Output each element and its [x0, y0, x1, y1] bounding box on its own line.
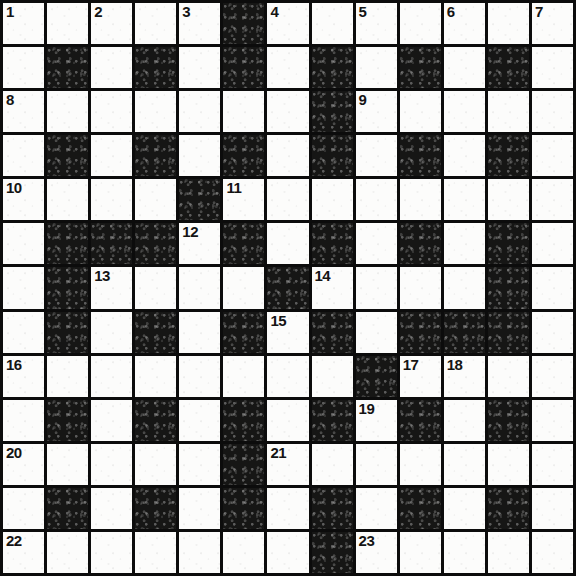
block-cell-r10c5: [223, 444, 264, 485]
clue-number-10: 10: [6, 180, 22, 196]
letter-cell-r4c9[interactable]: [400, 179, 441, 220]
letter-cell-r2c8[interactable]: 9: [356, 91, 397, 132]
letter-cell-r6c7[interactable]: 14: [312, 267, 353, 308]
clue-number-5: 5: [359, 4, 367, 20]
letter-cell-r4c11[interactable]: [488, 179, 529, 220]
block-cell-r11c9: [400, 488, 441, 529]
block-cell-r3c11: [488, 135, 529, 176]
block-cell-r11c3: [135, 488, 176, 529]
letter-cell-r6c12[interactable]: [532, 267, 573, 308]
clue-number-1: 1: [6, 4, 14, 20]
letter-cell-r8c0[interactable]: 16: [3, 356, 44, 397]
block-cell-r1c1: [47, 47, 88, 88]
letter-cell-r10c0[interactable]: 20: [3, 444, 44, 485]
clue-number-20: 20: [6, 445, 22, 461]
letter-cell-r3c12[interactable]: [532, 135, 573, 176]
letter-cell-r2c12[interactable]: [532, 91, 573, 132]
block-cell-r8c8: [356, 356, 397, 397]
letter-cell-r10c4[interactable]: [179, 444, 220, 485]
block-cell-r1c9: [400, 47, 441, 88]
letter-cell-r3c8[interactable]: [356, 135, 397, 176]
letter-cell-r3c6[interactable]: [267, 135, 308, 176]
letter-cell-r8c5[interactable]: [223, 356, 264, 397]
clue-number-19: 19: [359, 401, 375, 417]
letter-cell-r11c4[interactable]: [179, 488, 220, 529]
clue-number-3: 3: [182, 4, 190, 20]
clue-number-13: 13: [94, 268, 110, 284]
letter-cell-r3c2[interactable]: [91, 135, 132, 176]
block-cell-r5c5: [223, 223, 264, 264]
letter-cell-r1c4[interactable]: [179, 47, 220, 88]
letter-cell-r2c2[interactable]: [91, 91, 132, 132]
block-cell-r9c3: [135, 400, 176, 441]
letter-cell-r1c2[interactable]: [91, 47, 132, 88]
letter-cell-r8c9[interactable]: 17: [400, 356, 441, 397]
letter-cell-r2c9[interactable]: [400, 91, 441, 132]
letter-cell-r4c12[interactable]: [532, 179, 573, 220]
block-cell-r11c1: [47, 488, 88, 529]
letter-cell-r0c4[interactable]: 3: [179, 3, 220, 44]
letter-cell-r9c4[interactable]: [179, 400, 220, 441]
letter-cell-r0c1[interactable]: [47, 3, 88, 44]
letter-cell-r10c1[interactable]: [47, 444, 88, 485]
letter-cell-r2c4[interactable]: [179, 91, 220, 132]
letter-cell-r9c10[interactable]: [444, 400, 485, 441]
letter-cell-r5c10[interactable]: [444, 223, 485, 264]
letter-cell-r8c10[interactable]: 18: [444, 356, 485, 397]
clue-number-12: 12: [182, 224, 198, 240]
letter-cell-r9c6[interactable]: [267, 400, 308, 441]
letter-cell-r11c10[interactable]: [444, 488, 485, 529]
letter-cell-r9c12[interactable]: [532, 400, 573, 441]
letter-cell-r6c2[interactable]: 13: [91, 267, 132, 308]
letter-cell-r10c8[interactable]: [356, 444, 397, 485]
letter-cell-r2c1[interactable]: [47, 91, 88, 132]
letter-cell-r11c6[interactable]: [267, 488, 308, 529]
letter-cell-r0c0[interactable]: 1: [3, 3, 44, 44]
letter-cell-r7c12[interactable]: [532, 312, 573, 353]
letter-cell-r2c3[interactable]: [135, 91, 176, 132]
block-cell-r7c1: [47, 312, 88, 353]
letter-cell-r12c11[interactable]: [488, 532, 529, 573]
letter-cell-r10c9[interactable]: [400, 444, 441, 485]
clue-number-8: 8: [6, 92, 14, 108]
clue-number-11: 11: [226, 180, 241, 196]
block-cell-r7c9: [400, 312, 441, 353]
block-cell-r1c5: [223, 47, 264, 88]
letter-cell-r8c2[interactable]: [91, 356, 132, 397]
letter-cell-r1c10[interactable]: [444, 47, 485, 88]
block-cell-r9c9: [400, 400, 441, 441]
clue-number-18: 18: [447, 357, 463, 373]
letter-cell-r7c8[interactable]: [356, 312, 397, 353]
letter-cell-r9c0[interactable]: [3, 400, 44, 441]
letter-cell-r7c0[interactable]: [3, 312, 44, 353]
block-cell-r4c4: [179, 179, 220, 220]
letter-cell-r11c8[interactable]: [356, 488, 397, 529]
block-cell-r7c11: [488, 312, 529, 353]
letter-cell-r3c0[interactable]: [3, 135, 44, 176]
letter-cell-r12c5[interactable]: [223, 532, 264, 573]
block-cell-r9c7: [312, 400, 353, 441]
letter-cell-r5c6[interactable]: [267, 223, 308, 264]
letter-cell-r10c6[interactable]: 21: [267, 444, 308, 485]
block-cell-r7c5: [223, 312, 264, 353]
letter-cell-r12c10[interactable]: [444, 532, 485, 573]
letter-cell-r6c4[interactable]: [179, 267, 220, 308]
letter-cell-r8c7[interactable]: [312, 356, 353, 397]
block-cell-r7c7: [312, 312, 353, 353]
block-cell-r5c7: [312, 223, 353, 264]
block-cell-r5c1: [47, 223, 88, 264]
letter-cell-r0c7[interactable]: [312, 3, 353, 44]
clue-number-4: 4: [270, 4, 278, 20]
crossword-board: 1234567891011121314151617181920212223: [0, 0, 576, 576]
letter-cell-r12c9[interactable]: [400, 532, 441, 573]
block-cell-r1c7: [312, 47, 353, 88]
letter-cell-r4c8[interactable]: [356, 179, 397, 220]
letter-cell-r12c1[interactable]: [47, 532, 88, 573]
letter-cell-r8c6[interactable]: [267, 356, 308, 397]
letter-cell-r1c6[interactable]: [267, 47, 308, 88]
block-cell-r7c10: [444, 312, 485, 353]
letter-cell-r10c12[interactable]: [532, 444, 573, 485]
letter-cell-r12c0[interactable]: 22: [3, 532, 44, 573]
letter-cell-r4c5[interactable]: 11: [223, 179, 264, 220]
letter-cell-r10c7[interactable]: [312, 444, 353, 485]
letter-cell-r11c12[interactable]: [532, 488, 573, 529]
block-cell-r6c1: [47, 267, 88, 308]
block-cell-r11c11: [488, 488, 529, 529]
letter-cell-r3c10[interactable]: [444, 135, 485, 176]
letter-cell-r0c12[interactable]: 7: [532, 3, 573, 44]
letter-cell-r12c6[interactable]: [267, 532, 308, 573]
letter-cell-r8c4[interactable]: [179, 356, 220, 397]
letter-cell-r6c5[interactable]: [223, 267, 264, 308]
letter-cell-r6c3[interactable]: [135, 267, 176, 308]
letter-cell-r0c9[interactable]: [400, 3, 441, 44]
block-cell-r3c3: [135, 135, 176, 176]
letter-cell-r5c8[interactable]: [356, 223, 397, 264]
block-cell-r9c1: [47, 400, 88, 441]
block-cell-r9c5: [223, 400, 264, 441]
clue-number-16: 16: [6, 357, 22, 373]
letter-cell-r4c6[interactable]: [267, 179, 308, 220]
letter-cell-r10c10[interactable]: [444, 444, 485, 485]
clue-number-23: 23: [359, 533, 375, 549]
block-cell-r3c7: [312, 135, 353, 176]
letter-cell-r6c8[interactable]: [356, 267, 397, 308]
letter-cell-r5c0[interactable]: [3, 223, 44, 264]
letter-cell-r4c0[interactable]: 10: [3, 179, 44, 220]
block-cell-r11c7: [312, 488, 353, 529]
letter-cell-r4c1[interactable]: [47, 179, 88, 220]
letter-cell-r12c8[interactable]: 23: [356, 532, 397, 573]
letter-cell-r5c4[interactable]: 12: [179, 223, 220, 264]
letter-cell-r10c3[interactable]: [135, 444, 176, 485]
clue-number-21: 21: [270, 445, 286, 461]
block-cell-r3c5: [223, 135, 264, 176]
letter-cell-r9c8[interactable]: 19: [356, 400, 397, 441]
block-cell-r1c11: [488, 47, 529, 88]
letter-cell-r0c8[interactable]: 5: [356, 3, 397, 44]
letter-cell-r6c0[interactable]: [3, 267, 44, 308]
letter-cell-r12c4[interactable]: [179, 532, 220, 573]
letter-cell-r8c3[interactable]: [135, 356, 176, 397]
block-cell-r2c7: [312, 91, 353, 132]
letter-cell-r4c10[interactable]: [444, 179, 485, 220]
letter-cell-r2c10[interactable]: [444, 91, 485, 132]
letter-cell-r2c5[interactable]: [223, 91, 264, 132]
block-cell-r0c5: [223, 3, 264, 44]
letter-cell-r8c1[interactable]: [47, 356, 88, 397]
block-cell-r9c11: [488, 400, 529, 441]
letter-cell-r0c10[interactable]: 6: [444, 3, 485, 44]
clue-number-15: 15: [270, 313, 286, 329]
letter-cell-r8c12[interactable]: [532, 356, 573, 397]
letter-cell-r4c7[interactable]: [312, 179, 353, 220]
letter-cell-r2c11[interactable]: [488, 91, 529, 132]
clue-number-14: 14: [315, 268, 331, 284]
letter-cell-r10c2[interactable]: [91, 444, 132, 485]
letter-cell-r8c11[interactable]: [488, 356, 529, 397]
letter-cell-r2c6[interactable]: [267, 91, 308, 132]
letter-cell-r6c10[interactable]: [444, 267, 485, 308]
block-cell-r5c3: [135, 223, 176, 264]
letter-cell-r0c11[interactable]: [488, 3, 529, 44]
letter-cell-r7c6[interactable]: 15: [267, 312, 308, 353]
clue-number-6: 6: [447, 4, 455, 20]
clue-number-17: 17: [403, 357, 419, 373]
letter-cell-r12c3[interactable]: [135, 532, 176, 573]
letter-cell-r1c0[interactable]: [3, 47, 44, 88]
letter-cell-r2c0[interactable]: 8: [3, 91, 44, 132]
letter-cell-r4c2[interactable]: [91, 179, 132, 220]
letter-cell-r10c11[interactable]: [488, 444, 529, 485]
letter-cell-r0c3[interactable]: [135, 3, 176, 44]
letter-cell-r12c12[interactable]: [532, 532, 573, 573]
block-cell-r1c3: [135, 47, 176, 88]
letter-cell-r7c4[interactable]: [179, 312, 220, 353]
clue-number-2: 2: [94, 4, 102, 20]
block-cell-r5c9: [400, 223, 441, 264]
block-cell-r5c2: [91, 223, 132, 264]
letter-cell-r0c6[interactable]: 4: [267, 3, 308, 44]
letter-cell-r1c8[interactable]: [356, 47, 397, 88]
letter-cell-r7c2[interactable]: [91, 312, 132, 353]
letter-cell-r1c12[interactable]: [532, 47, 573, 88]
block-cell-r3c1: [47, 135, 88, 176]
letter-cell-r11c0[interactable]: [3, 488, 44, 529]
letter-cell-r9c2[interactable]: [91, 400, 132, 441]
block-cell-r7c3: [135, 312, 176, 353]
letter-cell-r12c2[interactable]: [91, 532, 132, 573]
clue-number-22: 22: [6, 533, 22, 549]
letter-cell-r3c4[interactable]: [179, 135, 220, 176]
block-cell-r6c11: [488, 267, 529, 308]
letter-cell-r4c3[interactable]: [135, 179, 176, 220]
clue-number-7: 7: [535, 4, 543, 20]
clue-number-9: 9: [359, 92, 367, 108]
block-cell-r12c7: [312, 532, 353, 573]
letter-cell-r6c9[interactable]: [400, 267, 441, 308]
block-cell-r11c5: [223, 488, 264, 529]
block-cell-r5c11: [488, 223, 529, 264]
block-cell-r6c6: [267, 267, 308, 308]
letter-cell-r0c2[interactable]: 2: [91, 3, 132, 44]
letter-cell-r5c12[interactable]: [532, 223, 573, 264]
block-cell-r3c9: [400, 135, 441, 176]
letter-cell-r11c2[interactable]: [91, 488, 132, 529]
